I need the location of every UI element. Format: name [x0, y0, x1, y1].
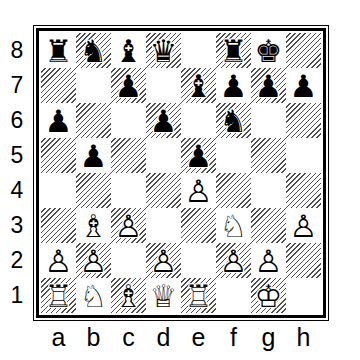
- square-e8[interactable]: [181, 33, 216, 68]
- white-piece-outline: ♖: [181, 278, 216, 313]
- black-piece-glyph: ♟: [216, 68, 251, 103]
- square-d5[interactable]: [146, 138, 181, 173]
- black-piece-glyph: ♜: [41, 33, 76, 68]
- piece-black-pawn: ♟: [76, 138, 111, 173]
- rank-label-3: 3: [0, 208, 34, 243]
- black-piece-glyph: ♝: [111, 33, 146, 68]
- white-piece-outline: ♔: [251, 278, 286, 313]
- square-c7[interactable]: ♟: [111, 68, 146, 103]
- white-piece-outline: ♖: [41, 278, 76, 313]
- white-piece-outline: ♙: [216, 243, 251, 278]
- piece-black-rook: ♜: [216, 33, 251, 68]
- piece-white-rook: ♜♖: [181, 278, 216, 313]
- square-b3[interactable]: ♝♗: [76, 208, 111, 243]
- square-d7[interactable]: [146, 68, 181, 103]
- square-a4[interactable]: [41, 173, 76, 208]
- square-g1[interactable]: ♚♔: [251, 278, 286, 313]
- white-piece-outline: ♙: [251, 243, 286, 278]
- square-a8[interactable]: ♜: [41, 33, 76, 68]
- black-piece-glyph: ♜: [216, 33, 251, 68]
- rank-label-4: 4: [0, 173, 34, 208]
- rank-labels: 87654321: [0, 33, 34, 313]
- square-b7[interactable]: [76, 68, 111, 103]
- white-piece-outline: ♙: [181, 173, 216, 208]
- piece-white-pawn: ♟♙: [181, 173, 216, 208]
- piece-white-pawn: ♟♙: [146, 243, 181, 278]
- square-g7[interactable]: ♟: [251, 68, 286, 103]
- square-c3[interactable]: ♟♙: [111, 208, 146, 243]
- square-f5[interactable]: [216, 138, 251, 173]
- piece-black-bishop: ♝: [181, 68, 216, 103]
- square-a5[interactable]: [41, 138, 76, 173]
- black-piece-glyph: ♛: [146, 33, 181, 68]
- square-c5[interactable]: [111, 138, 146, 173]
- piece-black-pawn: ♟: [216, 68, 251, 103]
- piece-white-pawn: ♟♙: [76, 243, 111, 278]
- square-e1[interactable]: ♜♖: [181, 278, 216, 313]
- square-h8[interactable]: [286, 33, 321, 68]
- square-g5[interactable]: [251, 138, 286, 173]
- black-piece-glyph: ♟: [251, 68, 286, 103]
- file-label-c: c: [111, 317, 146, 357]
- piece-white-bishop: ♝♗: [76, 208, 111, 243]
- square-g8[interactable]: ♚: [251, 33, 286, 68]
- square-g4[interactable]: [251, 173, 286, 208]
- white-piece-outline: ♘: [216, 208, 251, 243]
- white-piece-outline: ♙: [41, 243, 76, 278]
- file-label-e: e: [181, 317, 216, 357]
- file-label-g: g: [251, 317, 286, 357]
- file-label-h: h: [286, 317, 321, 357]
- square-c4[interactable]: [111, 173, 146, 208]
- white-piece-outline: ♗: [76, 208, 111, 243]
- board-frame: ♜♞♝♛♜♚♟♝♟♟♟♟♟♞♟♟♟♙♝♗♟♙♞♘♟♙♟♙♟♙♟♙♟♙♟♙♜♖♞♘…: [36, 28, 326, 318]
- piece-white-rook: ♜♖: [41, 278, 76, 313]
- square-f1[interactable]: [216, 278, 251, 313]
- black-piece-glyph: ♟: [41, 103, 76, 138]
- square-e7[interactable]: ♝: [181, 68, 216, 103]
- piece-white-knight: ♞♘: [216, 208, 251, 243]
- square-b8[interactable]: ♞: [76, 33, 111, 68]
- black-piece-glyph: ♟: [286, 68, 321, 103]
- piece-black-knight: ♞: [76, 33, 111, 68]
- piece-black-pawn: ♟: [146, 103, 181, 138]
- square-g3[interactable]: [251, 208, 286, 243]
- piece-white-pawn: ♟♙: [41, 243, 76, 278]
- black-piece-glyph: ♟: [76, 138, 111, 173]
- white-piece-outline: ♕: [146, 278, 181, 313]
- piece-black-queen: ♛: [146, 33, 181, 68]
- black-piece-glyph: ♞: [216, 103, 251, 138]
- square-f8[interactable]: ♜: [216, 33, 251, 68]
- piece-white-pawn: ♟♙: [111, 208, 146, 243]
- piece-black-pawn: ♟: [111, 68, 146, 103]
- black-piece-glyph: ♟: [111, 68, 146, 103]
- square-d2[interactable]: ♟♙: [146, 243, 181, 278]
- square-c2[interactable]: [111, 243, 146, 278]
- piece-white-king: ♚♔: [251, 278, 286, 313]
- square-a2[interactable]: ♟♙: [41, 243, 76, 278]
- square-f3[interactable]: ♞♘: [216, 208, 251, 243]
- rank-label-8: 8: [0, 33, 34, 68]
- piece-white-pawn: ♟♙: [286, 208, 321, 243]
- square-a1[interactable]: ♜♖: [41, 278, 76, 313]
- file-labels: abcdefgh: [41, 317, 321, 357]
- file-label-b: b: [76, 317, 111, 357]
- square-h3[interactable]: ♟♙: [286, 208, 321, 243]
- square-c8[interactable]: ♝: [111, 33, 146, 68]
- piece-white-queen: ♛♕: [146, 278, 181, 313]
- square-g6[interactable]: [251, 103, 286, 138]
- black-piece-glyph: ♝: [181, 68, 216, 103]
- piece-black-bishop: ♝: [111, 33, 146, 68]
- square-g2[interactable]: ♟♙: [251, 243, 286, 278]
- square-b4[interactable]: [76, 173, 111, 208]
- white-piece-outline: ♙: [286, 208, 321, 243]
- rank-label-6: 6: [0, 103, 34, 138]
- square-c1[interactable]: ♝♗: [111, 278, 146, 313]
- square-b6[interactable]: [76, 103, 111, 138]
- square-d3[interactable]: [146, 208, 181, 243]
- square-d1[interactable]: ♛♕: [146, 278, 181, 313]
- square-b1[interactable]: ♞♘: [76, 278, 111, 313]
- square-e4[interactable]: ♟♙: [181, 173, 216, 208]
- square-d8[interactable]: ♛: [146, 33, 181, 68]
- square-f7[interactable]: ♟: [216, 68, 251, 103]
- square-h4[interactable]: [286, 173, 321, 208]
- piece-black-pawn: ♟: [251, 68, 286, 103]
- chess-diagram: 87654321 ♜♞♝♛♜♚♟♝♟♟♟♟♟♞♟♟♟♙♝♗♟♙♞♘♟♙♟♙♟♙♟…: [0, 0, 360, 360]
- piece-white-pawn: ♟♙: [251, 243, 286, 278]
- square-b5[interactable]: ♟: [76, 138, 111, 173]
- chess-board: ♜♞♝♛♜♚♟♝♟♟♟♟♟♞♟♟♟♙♝♗♟♙♞♘♟♙♟♙♟♙♟♙♟♙♟♙♜♖♞♘…: [41, 33, 321, 313]
- file-label-d: d: [146, 317, 181, 357]
- square-f4[interactable]: [216, 173, 251, 208]
- black-piece-glyph: ♟: [146, 103, 181, 138]
- black-piece-glyph: ♟: [181, 138, 216, 173]
- square-h6[interactable]: [286, 103, 321, 138]
- square-f6[interactable]: ♞: [216, 103, 251, 138]
- black-piece-glyph: ♞: [76, 33, 111, 68]
- white-piece-outline: ♙: [146, 243, 181, 278]
- square-a6[interactable]: ♟: [41, 103, 76, 138]
- square-a7[interactable]: [41, 68, 76, 103]
- file-label-f: f: [216, 317, 251, 357]
- piece-black-pawn: ♟: [181, 138, 216, 173]
- piece-black-pawn: ♟: [41, 103, 76, 138]
- square-d6[interactable]: ♟: [146, 103, 181, 138]
- square-e6[interactable]: [181, 103, 216, 138]
- white-piece-outline: ♙: [76, 243, 111, 278]
- white-piece-outline: ♗: [111, 278, 146, 313]
- piece-white-pawn: ♟♙: [216, 243, 251, 278]
- piece-black-pawn: ♟: [286, 68, 321, 103]
- piece-white-knight: ♞♘: [76, 278, 111, 313]
- square-b2[interactable]: ♟♙: [76, 243, 111, 278]
- square-h1[interactable]: [286, 278, 321, 313]
- white-piece-outline: ♘: [76, 278, 111, 313]
- square-e3[interactable]: [181, 208, 216, 243]
- black-piece-glyph: ♚: [251, 33, 286, 68]
- rank-label-1: 1: [0, 278, 34, 313]
- rank-label-7: 7: [0, 68, 34, 103]
- square-h2[interactable]: [286, 243, 321, 278]
- piece-white-bishop: ♝♗: [111, 278, 146, 313]
- square-c6[interactable]: [111, 103, 146, 138]
- square-a3[interactable]: [41, 208, 76, 243]
- square-e2[interactable]: [181, 243, 216, 278]
- rank-label-2: 2: [0, 243, 34, 278]
- square-d4[interactable]: [146, 173, 181, 208]
- square-h7[interactable]: ♟: [286, 68, 321, 103]
- file-label-a: a: [41, 317, 76, 357]
- rank-label-5: 5: [0, 138, 34, 173]
- piece-black-rook: ♜: [41, 33, 76, 68]
- square-e5[interactable]: ♟: [181, 138, 216, 173]
- square-h5[interactable]: [286, 138, 321, 173]
- piece-black-knight: ♞: [216, 103, 251, 138]
- square-f2[interactable]: ♟♙: [216, 243, 251, 278]
- white-piece-outline: ♙: [111, 208, 146, 243]
- piece-black-king: ♚: [251, 33, 286, 68]
